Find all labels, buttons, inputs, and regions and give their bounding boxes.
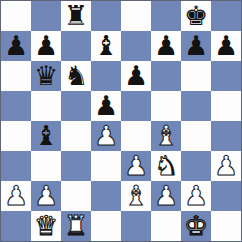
piece-white-pawn-icon[interactable]: ♟ xyxy=(124,151,148,181)
square-f4[interactable]: ♝ xyxy=(151,121,181,151)
square-d5[interactable]: ♟ xyxy=(91,91,121,121)
square-a5[interactable] xyxy=(1,91,31,121)
square-c7[interactable] xyxy=(61,31,91,61)
piece-white-knight-icon[interactable]: ♞ xyxy=(154,151,178,181)
square-a2[interactable]: ♟ xyxy=(1,181,31,211)
square-b7[interactable]: ♟ xyxy=(31,31,61,61)
square-f2[interactable]: ♟ xyxy=(151,181,181,211)
piece-black-pawn-icon[interactable]: ♟ xyxy=(154,31,178,61)
square-b1[interactable]: ♛ xyxy=(31,211,61,241)
square-f3[interactable]: ♞ xyxy=(151,151,181,181)
square-f5[interactable] xyxy=(151,91,181,121)
square-g7[interactable]: ♟ xyxy=(181,31,211,61)
square-f7[interactable]: ♟ xyxy=(151,31,181,61)
square-g8[interactable]: ♚ xyxy=(181,1,211,31)
square-a8[interactable] xyxy=(1,1,31,31)
square-a7[interactable]: ♟ xyxy=(1,31,31,61)
square-e2[interactable]: ♝ xyxy=(121,181,151,211)
piece-black-pawn-icon[interactable]: ♟ xyxy=(34,31,58,61)
square-d8[interactable] xyxy=(91,1,121,31)
piece-black-king-icon[interactable]: ♚ xyxy=(184,1,208,31)
square-c4[interactable] xyxy=(61,121,91,151)
piece-black-pawn-icon[interactable]: ♟ xyxy=(4,31,28,61)
square-d3[interactable] xyxy=(91,151,121,181)
square-e8[interactable] xyxy=(121,1,151,31)
square-e7[interactable] xyxy=(121,31,151,61)
square-g5[interactable] xyxy=(181,91,211,121)
square-f1[interactable] xyxy=(151,211,181,241)
square-h1[interactable] xyxy=(211,211,241,241)
piece-white-pawn-icon[interactable]: ♟ xyxy=(94,121,118,151)
piece-black-bishop-icon[interactable]: ♝ xyxy=(34,121,58,151)
piece-white-bishop-icon[interactable]: ♝ xyxy=(124,181,148,211)
piece-black-pawn-icon[interactable]: ♟ xyxy=(214,31,238,61)
piece-white-rook-icon[interactable]: ♜ xyxy=(64,211,88,241)
piece-white-bishop-icon[interactable]: ♝ xyxy=(154,121,178,151)
square-e4[interactable] xyxy=(121,121,151,151)
piece-black-queen-icon[interactable]: ♛ xyxy=(34,61,58,91)
piece-white-pawn-icon[interactable]: ♟ xyxy=(4,181,28,211)
square-f6[interactable] xyxy=(151,61,181,91)
square-h5[interactable] xyxy=(211,91,241,121)
square-g3[interactable] xyxy=(181,151,211,181)
square-g2[interactable]: ♟ xyxy=(181,181,211,211)
piece-black-knight-icon[interactable]: ♞ xyxy=(64,61,88,91)
piece-white-king-icon[interactable]: ♚ xyxy=(184,211,208,241)
square-d2[interactable] xyxy=(91,181,121,211)
square-d7[interactable]: ♝ xyxy=(91,31,121,61)
square-a3[interactable] xyxy=(1,151,31,181)
square-f8[interactable] xyxy=(151,1,181,31)
square-g6[interactable] xyxy=(181,61,211,91)
piece-white-queen-icon[interactable]: ♛ xyxy=(34,211,58,241)
chessboard-container: ♜♚♟♟♝♟♟♟♛♞♟♟♝♟♝♟♞♟♟♟♝♟♟♛♜♚ xyxy=(0,0,242,242)
square-c8[interactable]: ♜ xyxy=(61,1,91,31)
square-a6[interactable] xyxy=(1,61,31,91)
square-h8[interactable] xyxy=(211,1,241,31)
square-c5[interactable] xyxy=(61,91,91,121)
square-a4[interactable] xyxy=(1,121,31,151)
piece-black-rook-icon[interactable]: ♜ xyxy=(64,1,88,31)
piece-black-bishop-icon[interactable]: ♝ xyxy=(94,31,118,61)
square-e1[interactable] xyxy=(121,211,151,241)
piece-white-pawn-icon[interactable]: ♟ xyxy=(34,181,58,211)
square-b8[interactable] xyxy=(31,1,61,31)
square-h6[interactable] xyxy=(211,61,241,91)
square-g4[interactable] xyxy=(181,121,211,151)
square-h2[interactable] xyxy=(211,181,241,211)
square-h4[interactable] xyxy=(211,121,241,151)
square-a1[interactable] xyxy=(1,211,31,241)
square-e6[interactable]: ♟ xyxy=(121,61,151,91)
square-d1[interactable] xyxy=(91,211,121,241)
piece-white-pawn-icon[interactable]: ♟ xyxy=(154,181,178,211)
square-b6[interactable]: ♛ xyxy=(31,61,61,91)
piece-black-pawn-icon[interactable]: ♟ xyxy=(124,61,148,91)
square-c3[interactable] xyxy=(61,151,91,181)
square-e5[interactable] xyxy=(121,91,151,121)
square-e3[interactable]: ♟ xyxy=(121,151,151,181)
piece-white-pawn-icon[interactable]: ♟ xyxy=(184,181,208,211)
square-d6[interactable] xyxy=(91,61,121,91)
piece-white-pawn-icon[interactable]: ♟ xyxy=(214,151,238,181)
square-g1[interactable]: ♚ xyxy=(181,211,211,241)
square-b2[interactable]: ♟ xyxy=(31,181,61,211)
square-b3[interactable] xyxy=(31,151,61,181)
square-d4[interactable]: ♟ xyxy=(91,121,121,151)
chess-board: ♜♚♟♟♝♟♟♟♛♞♟♟♝♟♝♟♞♟♟♟♝♟♟♛♜♚ xyxy=(0,0,242,242)
square-h3[interactable]: ♟ xyxy=(211,151,241,181)
piece-black-pawn-icon[interactable]: ♟ xyxy=(184,31,208,61)
piece-black-pawn-icon[interactable]: ♟ xyxy=(94,91,118,121)
square-c1[interactable]: ♜ xyxy=(61,211,91,241)
square-b4[interactable]: ♝ xyxy=(31,121,61,151)
square-h7[interactable]: ♟ xyxy=(211,31,241,61)
square-c6[interactable]: ♞ xyxy=(61,61,91,91)
square-c2[interactable] xyxy=(61,181,91,211)
square-b5[interactable] xyxy=(31,91,61,121)
